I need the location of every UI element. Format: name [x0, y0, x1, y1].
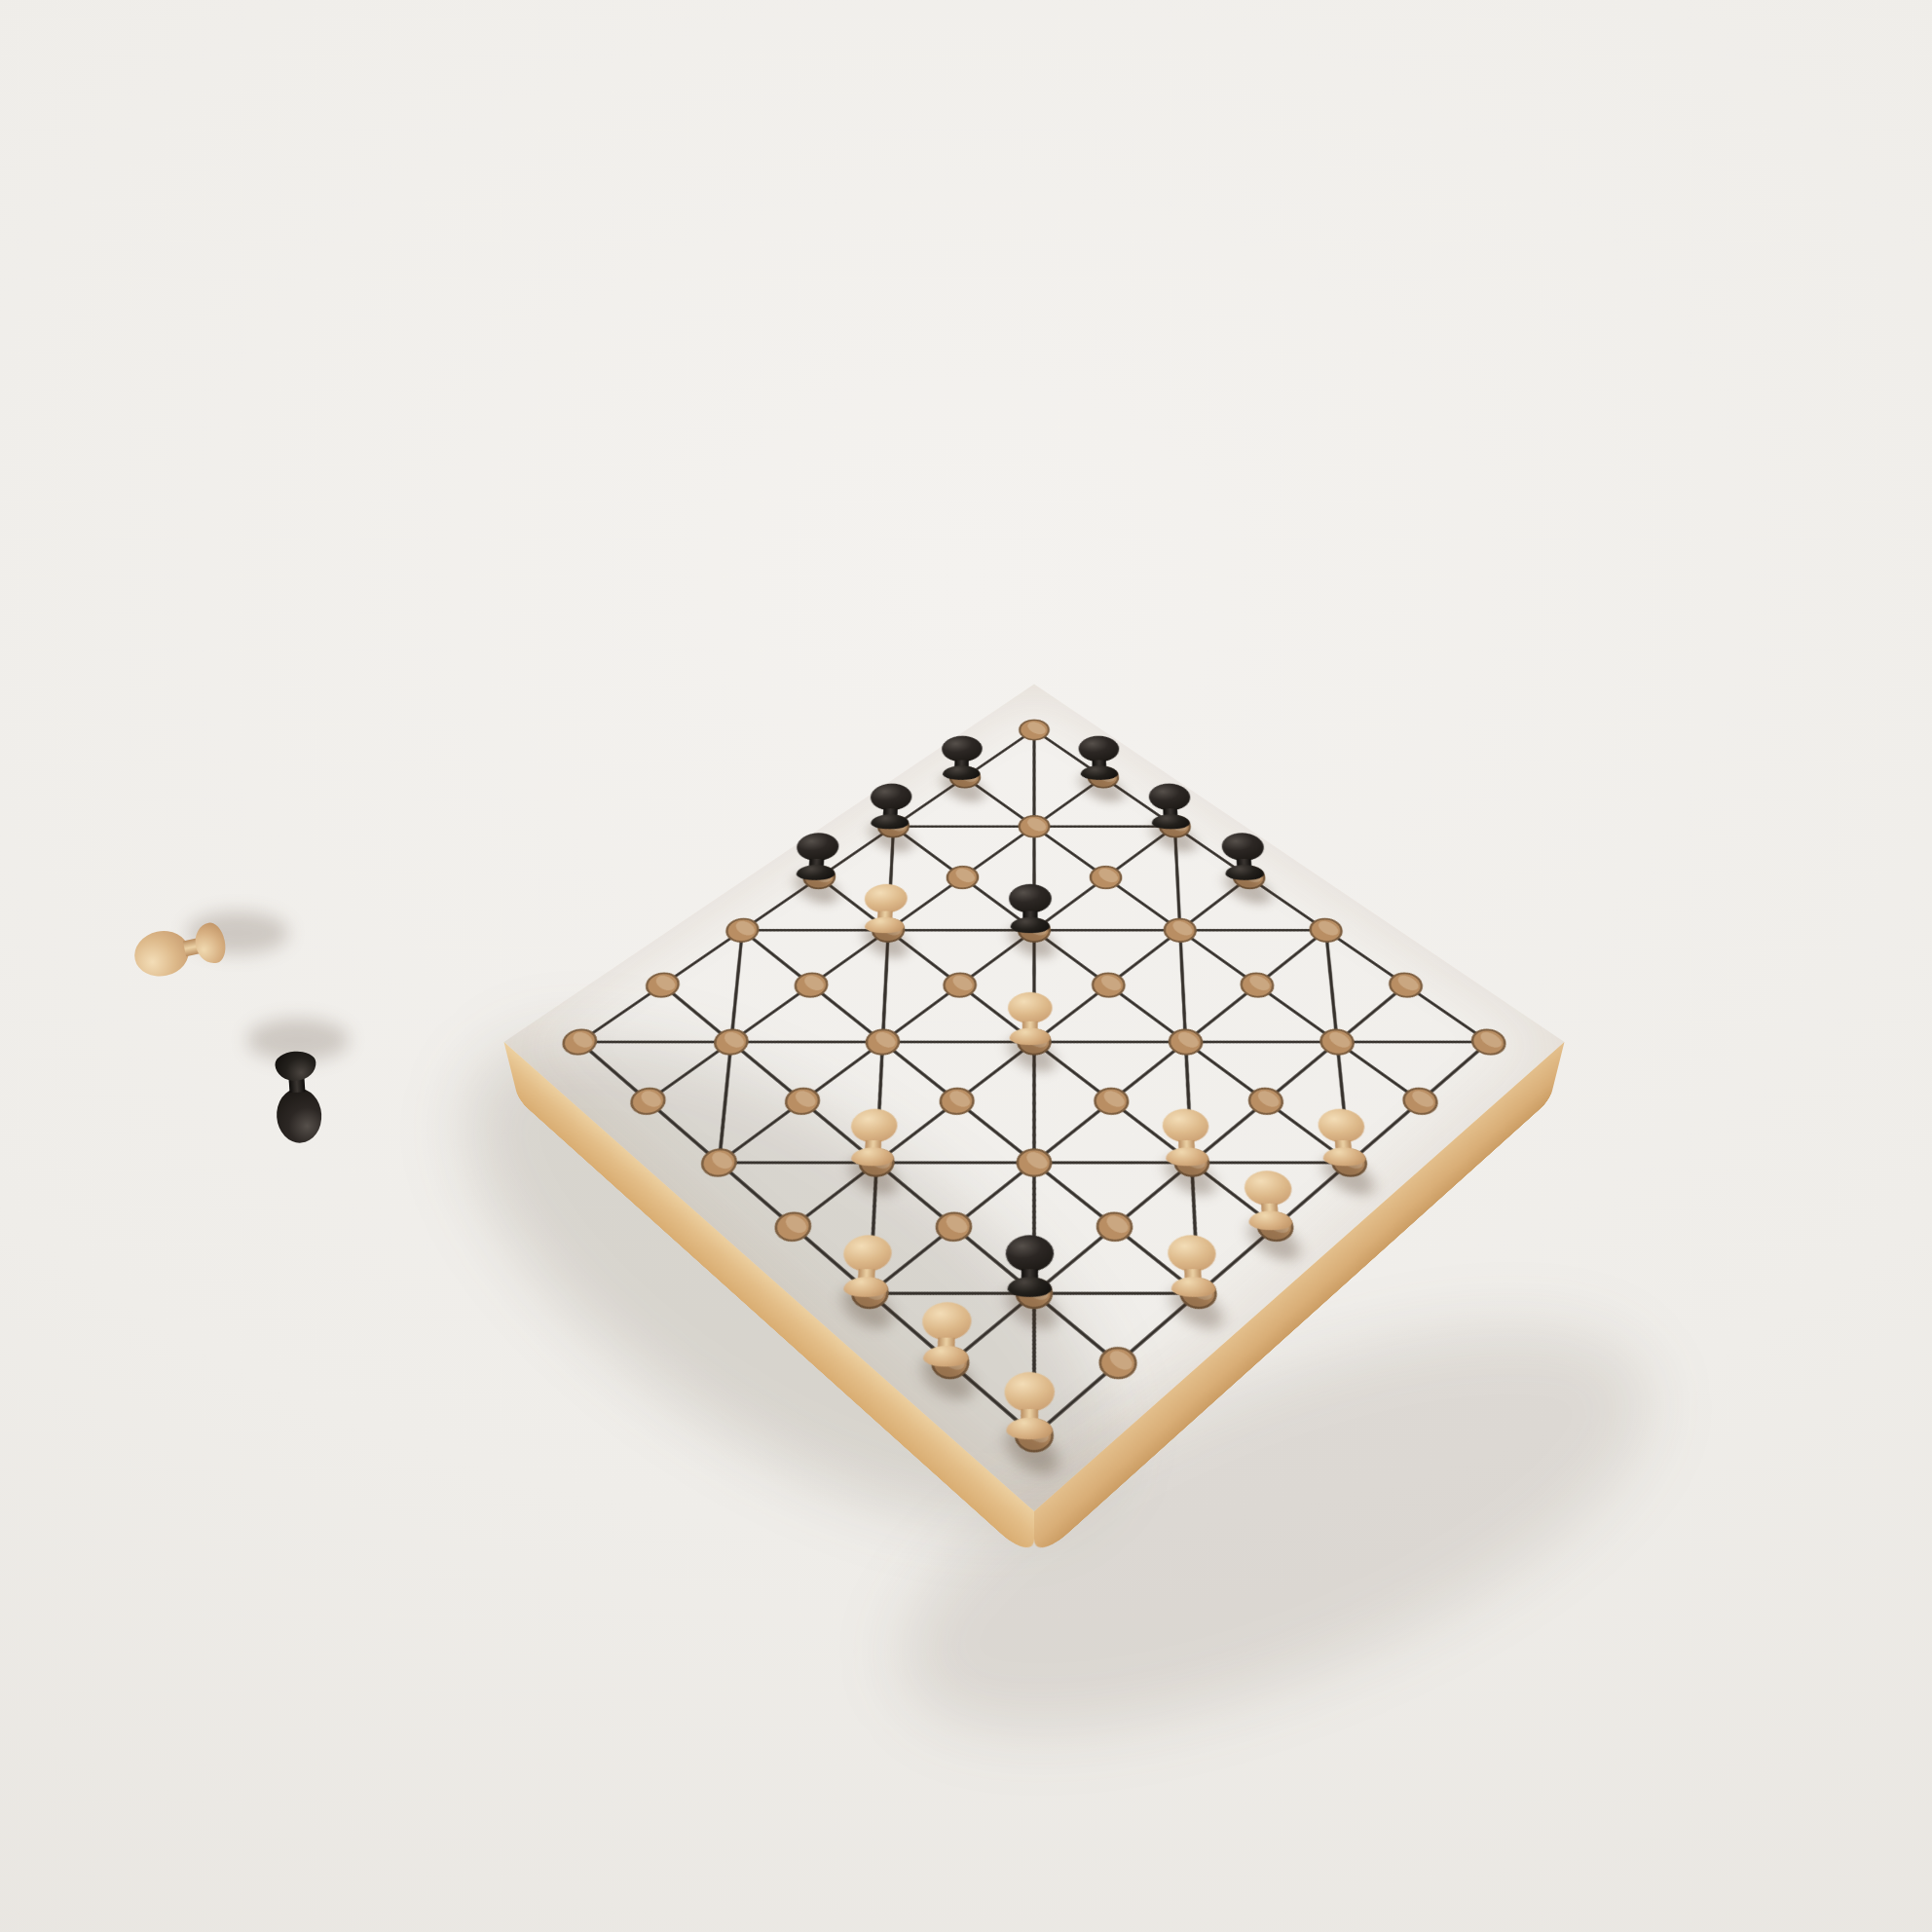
peg-base	[1151, 814, 1190, 829]
black-peg[interactable]	[1220, 833, 1268, 880]
peg-base	[943, 765, 981, 780]
natural-peg-lying[interactable]	[130, 912, 238, 983]
peg-head	[1009, 884, 1052, 913]
board-point-i3-j2[interactable]	[885, 1042, 1034, 1159]
black-peg[interactable]	[940, 736, 984, 780]
board-point-i2-j1[interactable]	[736, 1042, 885, 1159]
peg-head	[864, 884, 908, 913]
peg-head	[275, 1087, 323, 1144]
peg-head	[796, 833, 839, 861]
board-point-i5-j4[interactable]	[1183, 1042, 1332, 1159]
board-point-i4-j2[interactable]	[958, 1099, 1110, 1220]
peg-base	[1011, 917, 1050, 933]
photo-scene: Wooden 7x7 alquerque peg board, mid-game…	[0, 0, 1932, 1932]
black-peg[interactable]	[868, 784, 913, 830]
board-point-i5-j3-natural[interactable]	[1110, 1099, 1262, 1220]
peg-head	[1221, 833, 1265, 861]
natural-peg[interactable]	[862, 884, 909, 933]
peg-head	[1078, 736, 1119, 762]
black-peg[interactable]	[1078, 736, 1122, 780]
black-peg[interactable]	[1147, 784, 1193, 830]
peg-base	[1225, 865, 1265, 880]
peg-head	[1008, 992, 1053, 1023]
peg-head	[1148, 784, 1191, 811]
peg-base	[1010, 1028, 1051, 1046]
black-peg[interactable]	[1008, 884, 1053, 933]
peg-base	[1081, 765, 1119, 780]
peg-base	[192, 920, 229, 966]
black-peg-lying[interactable]	[267, 1042, 324, 1144]
peg-head	[942, 736, 983, 762]
peg-head	[130, 926, 193, 982]
black-peg[interactable]	[793, 833, 840, 880]
peg-base	[865, 917, 905, 933]
natural-peg[interactable]	[1007, 992, 1054, 1045]
peg-base	[275, 1050, 317, 1082]
peg-base	[796, 865, 836, 880]
peg-base	[871, 814, 910, 829]
board-point-i4-j3[interactable]	[1034, 1042, 1183, 1159]
peg-head	[870, 784, 912, 811]
board-point-i3-j1-natural[interactable]	[806, 1099, 958, 1220]
